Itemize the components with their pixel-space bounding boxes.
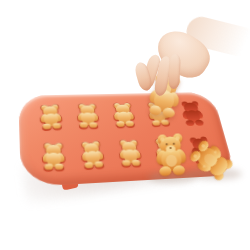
bear-cake-in-mold <box>75 136 109 173</box>
loose-bear-cake-standing <box>149 128 192 181</box>
mold-cavity <box>72 99 104 133</box>
bear-cake-in-mold <box>114 135 146 170</box>
bear-cake-in-mold <box>73 100 103 132</box>
mold-cavity <box>74 135 111 175</box>
mold-cavity <box>34 99 68 135</box>
mold-cavity <box>37 137 70 176</box>
product-photo <box>0 0 250 250</box>
mold-cavity <box>107 98 141 132</box>
bear-cake-in-mold <box>108 99 140 131</box>
mold-cavity <box>113 134 148 171</box>
bear-cake-in-mold <box>35 100 67 134</box>
bear-cake-in-mold <box>38 138 69 174</box>
